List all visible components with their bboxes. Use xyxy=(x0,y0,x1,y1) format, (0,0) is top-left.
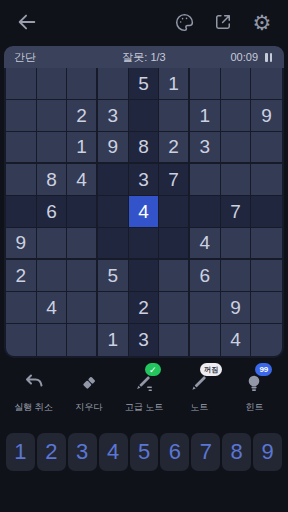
cell-r4c9[interactable] xyxy=(251,164,282,196)
cell-r4c2[interactable]: 8 xyxy=(37,164,68,196)
arrow-left-icon xyxy=(16,11,38,33)
numpad-4[interactable]: 4 xyxy=(99,433,128,471)
number-pad: 1 2 3 4 5 6 7 8 9 xyxy=(6,433,282,471)
toolbar: 실행 취소 지우다 xyxy=(0,370,288,414)
numpad-1[interactable]: 1 xyxy=(6,433,35,471)
top-nav-actions: ⚙ xyxy=(172,10,274,34)
numpad-8[interactable]: 8 xyxy=(222,433,251,471)
hint-count-badge: 99 xyxy=(255,363,272,376)
eraser-icon xyxy=(76,370,102,396)
cell-r6c5[interactable] xyxy=(129,228,160,260)
cell-r4c1[interactable] xyxy=(6,164,37,196)
cell-r5c3[interactable] xyxy=(67,196,98,228)
smart-notes-on-badge: ✓ xyxy=(145,363,161,376)
cell-r4c5[interactable]: 3 xyxy=(129,164,160,196)
cell-r2c1[interactable] xyxy=(6,100,37,132)
notes-off-badge: 꺼짐 xyxy=(200,363,222,376)
numpad-3[interactable]: 3 xyxy=(68,433,97,471)
pause-button[interactable] xyxy=(263,51,274,64)
cell-r2c7[interactable]: 1 xyxy=(190,100,221,132)
share-button[interactable] xyxy=(211,10,235,34)
cell-r9c3[interactable] xyxy=(67,324,98,356)
cell-r6c6[interactable] xyxy=(159,228,190,260)
cell-r1c4[interactable] xyxy=(98,68,129,100)
cell-r2c3[interactable]: 2 xyxy=(67,100,98,132)
cell-r4c3[interactable]: 4 xyxy=(67,164,98,196)
cell-r6c9[interactable] xyxy=(251,228,282,260)
cell-r5c8[interactable]: 7 xyxy=(221,196,252,228)
cell-r4c8[interactable] xyxy=(221,164,252,196)
cell-r8c8[interactable]: 9 xyxy=(221,292,252,324)
hint-button[interactable]: 99 힌트 xyxy=(227,370,282,414)
cell-r3c7[interactable]: 3 xyxy=(190,132,221,164)
smart-notes-icon: ✓ xyxy=(131,370,157,396)
cell-r2c6[interactable] xyxy=(159,100,190,132)
numpad-6[interactable]: 6 xyxy=(160,433,189,471)
cell-r3c3[interactable]: 1 xyxy=(67,132,98,164)
cell-r7c9[interactable] xyxy=(251,260,282,292)
cell-r8c3[interactable] xyxy=(67,292,98,324)
numpad-7[interactable]: 7 xyxy=(191,433,220,471)
cell-r9c1[interactable] xyxy=(6,324,37,356)
cell-r1c2[interactable] xyxy=(37,68,68,100)
cell-r8c2[interactable]: 4 xyxy=(37,292,68,324)
pause-icon xyxy=(265,53,268,62)
cell-r5c6[interactable] xyxy=(159,196,190,228)
cell-r5c5[interactable]: 4 xyxy=(129,196,160,228)
status-bar: 간단 잘못: 1/3 00:09 xyxy=(4,46,284,68)
sudoku-board: 51231919823843764794256429134 xyxy=(4,68,284,358)
cell-r3c8[interactable] xyxy=(221,132,252,164)
cell-r7c6[interactable] xyxy=(159,260,190,292)
cell-r9c7[interactable] xyxy=(190,324,221,356)
cell-r2c4[interactable]: 3 xyxy=(98,100,129,132)
cell-r7c2[interactable] xyxy=(37,260,68,292)
cell-r3c2[interactable] xyxy=(37,132,68,164)
smart-notes-label: 고급 노트 xyxy=(125,401,164,414)
cell-r7c7[interactable]: 6 xyxy=(190,260,221,292)
numpad-5[interactable]: 5 xyxy=(130,433,159,471)
cell-r8c5[interactable]: 2 xyxy=(129,292,160,324)
cell-r9c9[interactable] xyxy=(251,324,282,356)
settings-button[interactable]: ⚙ xyxy=(250,10,274,34)
settings-gear-icon: ⚙ xyxy=(253,12,272,33)
cell-r8c7[interactable] xyxy=(190,292,221,324)
hint-label: 힌트 xyxy=(245,401,263,414)
cell-r3c5[interactable]: 8 xyxy=(129,132,160,164)
timer: 00:09 xyxy=(230,51,258,63)
cell-r7c4[interactable]: 5 xyxy=(98,260,129,292)
cell-r5c2[interactable]: 6 xyxy=(37,196,68,228)
erase-button[interactable]: 지우다 xyxy=(61,370,116,414)
cell-r7c1[interactable]: 2 xyxy=(6,260,37,292)
cell-r7c5[interactable] xyxy=(129,260,160,292)
notes-pencil-icon: 꺼짐 xyxy=(186,370,212,396)
cell-r5c9[interactable] xyxy=(251,196,282,228)
undo-button[interactable]: 실행 취소 xyxy=(6,370,61,414)
cell-r1c9[interactable] xyxy=(251,68,282,100)
cell-r6c3[interactable] xyxy=(67,228,98,260)
cell-r4c7[interactable] xyxy=(190,164,221,196)
cell-r7c8[interactable] xyxy=(221,260,252,292)
cell-r6c1[interactable]: 9 xyxy=(6,228,37,260)
cell-r7c3[interactable] xyxy=(67,260,98,292)
cell-r6c7[interactable]: 4 xyxy=(190,228,221,260)
cell-r2c8[interactable] xyxy=(221,100,252,132)
cell-r1c5[interactable]: 5 xyxy=(129,68,160,100)
notes-label: 노트 xyxy=(190,401,208,414)
cell-r9c6[interactable] xyxy=(159,324,190,356)
cell-r2c5[interactable] xyxy=(129,100,160,132)
cell-r6c4[interactable] xyxy=(98,228,129,260)
cell-r8c4[interactable] xyxy=(98,292,129,324)
palette-icon xyxy=(174,12,195,33)
cell-r9c4[interactable]: 1 xyxy=(98,324,129,356)
cell-r3c9[interactable] xyxy=(251,132,282,164)
cell-r6c8[interactable] xyxy=(221,228,252,260)
cell-r1c7[interactable] xyxy=(190,68,221,100)
cell-r9c5[interactable]: 3 xyxy=(129,324,160,356)
cell-r5c4[interactable] xyxy=(98,196,129,228)
cell-r1c1[interactable] xyxy=(6,68,37,100)
cell-r2c9[interactable]: 9 xyxy=(251,100,282,132)
cell-r1c8[interactable] xyxy=(221,68,252,100)
palette-button[interactable] xyxy=(172,10,196,34)
numpad-2[interactable]: 2 xyxy=(37,433,66,471)
hint-bulb-icon: 99 xyxy=(241,370,267,396)
undo-icon xyxy=(21,370,47,396)
back-button[interactable] xyxy=(14,9,40,35)
undo-label: 실행 취소 xyxy=(14,401,53,414)
erase-label: 지우다 xyxy=(75,401,102,414)
smart-notes-button[interactable]: ✓ 고급 노트 xyxy=(116,370,171,414)
cell-r3c4[interactable]: 9 xyxy=(98,132,129,164)
mistakes-counter: 잘못: 1/3 xyxy=(90,50,197,65)
cell-r6c2[interactable] xyxy=(37,228,68,260)
cell-r9c8[interactable]: 4 xyxy=(221,324,252,356)
numpad-9[interactable]: 9 xyxy=(253,433,282,471)
cell-r8c9[interactable] xyxy=(251,292,282,324)
cell-r8c6[interactable] xyxy=(159,292,190,324)
cell-r3c6[interactable]: 2 xyxy=(159,132,190,164)
cell-r8c1[interactable] xyxy=(6,292,37,324)
cell-r5c7[interactable] xyxy=(190,196,221,228)
cell-r1c3[interactable] xyxy=(67,68,98,100)
cell-r9c2[interactable] xyxy=(37,324,68,356)
cell-r2c2[interactable] xyxy=(37,100,68,132)
notes-button[interactable]: 꺼짐 노트 xyxy=(172,370,227,414)
cell-r5c1[interactable] xyxy=(6,196,37,228)
top-nav: ⚙ xyxy=(0,0,288,44)
cell-r4c6[interactable]: 7 xyxy=(159,164,190,196)
cell-r3c1[interactable] xyxy=(6,132,37,164)
difficulty-label: 간단 xyxy=(14,50,90,65)
share-icon xyxy=(213,12,233,32)
cell-r4c4[interactable] xyxy=(98,164,129,196)
cell-r1c6[interactable]: 1 xyxy=(159,68,190,100)
sudoku-app: ⚙ 간단 잘못: 1/3 00:09 512319198238437647942… xyxy=(0,0,288,512)
